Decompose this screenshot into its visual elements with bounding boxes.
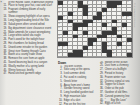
cell-number: 3 xyxy=(73,1,74,2)
cell-number: 7 xyxy=(98,1,99,2)
clue-number: 3. xyxy=(57,72,64,75)
cell-number: 18 xyxy=(113,8,114,9)
cell-number: 65 xyxy=(113,50,114,51)
clue-item: 16.Long-legged wading bird of the Nile xyxy=(1,19,55,22)
cell-number: 44 xyxy=(63,35,64,36)
clue-text: Long-legged wading bird of the Nile xyxy=(8,19,55,22)
clue-item: 27.Cheer at a bullfight xyxy=(98,68,138,71)
cell-number: 45 xyxy=(78,35,79,36)
cell-number: 57 xyxy=(127,42,128,43)
cell-number: 64 xyxy=(83,50,84,51)
clue-number: 42. xyxy=(98,102,105,104)
clue-item: 3.Iced summer drink xyxy=(57,72,97,75)
cell-number: 6 xyxy=(93,1,94,2)
cell-number: 22 xyxy=(103,12,104,13)
clue-item: 47.Hand-stitched garment edge xyxy=(1,72,55,75)
cell-number: 42 xyxy=(117,31,118,32)
clue-number: 8. xyxy=(57,91,64,94)
cell-number: 33 xyxy=(68,23,69,24)
clue-number: 13. xyxy=(1,8,8,15)
cell-number: 68 xyxy=(113,53,114,54)
cell-number: 53 xyxy=(68,42,69,43)
cell-number: 14 xyxy=(58,8,59,9)
across-clues-column: of the Round Table, in Arthurian legend1… xyxy=(1,1,55,105)
clue-item: 13.Fragrant climbing bloom of early summ… xyxy=(1,8,55,15)
clue-item: 31.Unwelcome intruder in the garden xyxy=(1,46,55,49)
clue-text: Iced summer drink xyxy=(64,72,97,75)
cell-number: 39 xyxy=(122,27,123,28)
clue-item: 26.Poet's word for the twilight hour xyxy=(1,38,55,41)
clue-text: Frozen winter rain xyxy=(105,76,138,79)
clue-text: Salad green often served wilted xyxy=(8,23,55,26)
cell-number: 43 xyxy=(58,35,59,36)
cell-number: 66 xyxy=(58,53,59,54)
clue-number: 29. xyxy=(98,72,105,75)
cell-number: 21 xyxy=(88,12,89,13)
clue-text: Remove the core from an apple xyxy=(8,57,55,60)
clue-text: Long-handled garden tool xyxy=(64,91,97,94)
clue-number: 19. xyxy=(1,27,8,30)
cell-number: 23 xyxy=(63,16,64,17)
clue-item: 29.Period in history xyxy=(98,72,138,75)
cell-number: 16 xyxy=(88,8,89,9)
cell-number: 2 xyxy=(68,1,69,2)
cell-number: 12 xyxy=(88,5,89,6)
clue-item: 39.Curved geometry line xyxy=(98,95,138,98)
clue-number: 26. xyxy=(1,38,8,41)
clue-text: Gardner of old films xyxy=(105,91,138,94)
clue-item: 41.Sound bouncing back in a canyon xyxy=(1,61,55,64)
newspaper-crossword-page: ▪ of the Round Table, in Arthurian legen… xyxy=(0,0,140,105)
cell-number: 10 xyxy=(127,1,128,2)
cell-number: 5 xyxy=(88,1,89,2)
clue-text: Hand-stitched garment edge xyxy=(8,72,55,75)
cell-number: 26 xyxy=(127,16,128,17)
cell-number: 61 xyxy=(108,46,109,47)
cell-number: 36 xyxy=(58,27,59,28)
clue-number: 31. xyxy=(1,46,8,49)
cell-number: 34 xyxy=(88,23,89,24)
clue-item: 18.Salad green often served wilted xyxy=(1,23,55,26)
clue-number: 9. xyxy=(57,95,64,98)
cell-number: 51 xyxy=(73,38,74,39)
clue-number: 39. xyxy=(98,95,105,98)
cell-number: 9 xyxy=(122,1,123,2)
cell-number: 15 xyxy=(78,8,79,9)
cell-number: 50 xyxy=(58,38,59,39)
cell-number: 17 xyxy=(108,8,109,9)
clue-item: 8.Long-handled garden tool xyxy=(57,91,97,94)
cell-number: 24 xyxy=(103,16,104,17)
cell-number: 62 xyxy=(117,46,118,47)
cell-number: 40 xyxy=(68,31,69,32)
cell-number: 8 xyxy=(103,1,104,2)
clue-item: 38.Remove the core from an apple xyxy=(1,57,55,60)
clue-item: 43.Woolly mother of a spring lamb xyxy=(1,65,55,68)
cell-number: 31 xyxy=(117,20,118,21)
cell-number: 63 xyxy=(58,50,59,51)
cell-number: 58 xyxy=(58,46,59,47)
clue-item: 36.Order at the pub xyxy=(98,87,138,90)
down-clues-column-2: 24.Motion of the ocean25.Dust from a chi… xyxy=(98,61,138,105)
clue-number: 37. xyxy=(98,91,105,94)
clue-number: 10. xyxy=(57,99,64,102)
clue-text: Sound bouncing back in a canyon xyxy=(8,61,55,64)
cell-number: 35 xyxy=(108,23,109,24)
clue-item: 10.Edge of a skirt xyxy=(57,99,97,102)
cell-number: 28 xyxy=(73,20,74,21)
clue-text: Peg on the first tee xyxy=(64,103,97,105)
clue-text: Big department store clearance event xyxy=(8,27,55,30)
cell-number: 46 xyxy=(83,35,84,36)
clue-text: High mountain lake xyxy=(64,95,97,98)
cell-number: 20 xyxy=(73,12,74,13)
clue-number: 36. xyxy=(98,87,105,90)
clue-text: Edge of a skirt xyxy=(64,99,97,102)
cell-number: 11 xyxy=(58,5,59,6)
cell-number: 60 xyxy=(88,46,89,47)
clue-number: 41. xyxy=(1,61,8,64)
cell-number: 37 xyxy=(78,27,79,28)
cell-number: 49 xyxy=(122,35,123,36)
cell-number: 47 xyxy=(108,35,109,36)
cell-number: 30 xyxy=(98,20,99,21)
clue-item: 28.Hot chambers for baking bread xyxy=(1,42,55,45)
clue-number: 12. xyxy=(57,103,64,105)
cell-number: 29 xyxy=(93,20,94,21)
clue-item: 12.Peg on the first tee xyxy=(57,103,97,105)
clue-item: 5.Greek letter xyxy=(57,80,97,83)
clue-item: 42.Eggs of a fish xyxy=(98,102,138,104)
down-clues-column-1: 1.Tea with scones2.Solo sung at the oper… xyxy=(57,65,97,105)
clue-text: Woolly mother of a spring lamb xyxy=(8,65,55,68)
clue-item: 9.High mountain lake xyxy=(57,95,97,98)
cell-number: 13 xyxy=(117,5,118,6)
clue-text: Period in history xyxy=(105,72,138,75)
clue-item: 19.Big department store clearance event xyxy=(1,27,55,30)
clue-item: 4.Fat used in cooking xyxy=(57,76,97,79)
clue-text: Greek letter xyxy=(64,80,97,83)
cell-number: 19 xyxy=(58,12,59,13)
clue-number: 4. xyxy=(57,76,64,79)
cell-number: 52 xyxy=(98,38,99,39)
clue-number: 38. xyxy=(1,57,8,60)
clue-number: 16. xyxy=(1,19,8,22)
clue-item: 30.Frozen winter rain xyxy=(98,76,138,79)
clue-number: 47. xyxy=(1,72,8,75)
clue-text: Fat used in cooking xyxy=(64,76,97,79)
credit-vertical-text: © Crossword Syndicate xyxy=(134,3,136,59)
cell-number: 48 xyxy=(113,35,114,36)
cell-number: 67 xyxy=(83,53,84,54)
cell-number: 1 xyxy=(63,1,64,2)
black-cell xyxy=(127,53,132,57)
clue-number: 28. xyxy=(1,42,8,45)
clue-text: Cheer at a bullfight xyxy=(105,68,138,71)
clue-item: 37.Gardner of old films xyxy=(98,91,138,94)
clue-text: Fragrant climbing bloom of early summer xyxy=(8,8,55,15)
clue-text: Poet's word for the twilight hour xyxy=(8,38,55,41)
clue-number: 27. xyxy=(98,68,105,71)
cell-number: 25 xyxy=(122,16,123,17)
cell-number: 32 xyxy=(58,23,59,24)
cell-number: 56 xyxy=(122,42,123,43)
cell-number: 55 xyxy=(108,42,109,43)
clue-number: 30. xyxy=(98,76,105,79)
clue-number: 18. xyxy=(1,23,8,26)
clue-text: Hot chambers for baking bread xyxy=(8,42,55,45)
clue-number: 43. xyxy=(1,65,8,68)
clue-text: Curved geometry line xyxy=(105,95,138,98)
cell-number: 54 xyxy=(93,42,94,43)
clue-text: Eggs of a fish xyxy=(105,102,138,104)
clue-text: Order at the pub xyxy=(105,87,138,90)
cell-number: 41 xyxy=(88,31,89,32)
clue-text: Unwelcome intruder in the garden xyxy=(8,46,55,49)
clue-number: 5. xyxy=(57,80,64,83)
cell-number: 38 xyxy=(117,27,118,28)
cell-number: 4 xyxy=(83,1,84,2)
cell-number: 59 xyxy=(63,46,64,47)
cell-number: 27 xyxy=(58,20,59,21)
crossword-grid: 1234567891011121314151617181920212223242… xyxy=(57,0,133,58)
